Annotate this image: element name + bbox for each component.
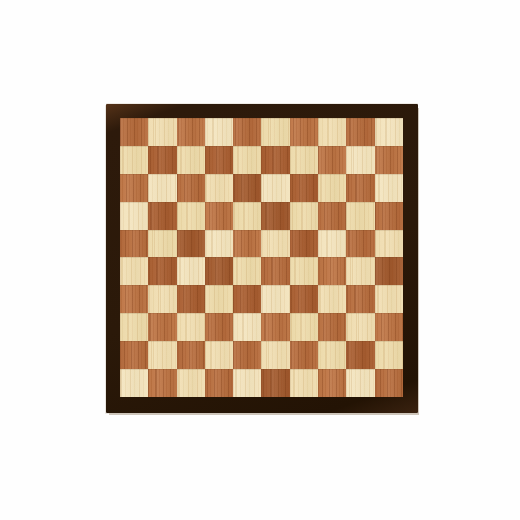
square-r8c4[interactable] bbox=[205, 313, 233, 341]
square-r7c2[interactable] bbox=[148, 285, 176, 313]
square-r9c10[interactable] bbox=[375, 341, 403, 369]
square-r3c5[interactable] bbox=[233, 174, 261, 202]
square-r1c8[interactable] bbox=[318, 118, 346, 146]
square-r9c3[interactable] bbox=[177, 341, 205, 369]
square-r2c7[interactable] bbox=[290, 146, 318, 174]
square-r4c7[interactable] bbox=[290, 202, 318, 230]
square-r2c10[interactable] bbox=[375, 146, 403, 174]
square-r10c8[interactable] bbox=[318, 369, 346, 397]
square-r7c1[interactable] bbox=[120, 285, 148, 313]
square-r6c8[interactable] bbox=[318, 257, 346, 285]
square-r9c2[interactable] bbox=[148, 341, 176, 369]
square-r2c8[interactable] bbox=[318, 146, 346, 174]
square-r5c9[interactable] bbox=[346, 230, 374, 258]
square-r2c1[interactable] bbox=[120, 146, 148, 174]
square-r4c1[interactable] bbox=[120, 202, 148, 230]
square-r8c6[interactable] bbox=[261, 313, 289, 341]
square-r1c6[interactable] bbox=[261, 118, 289, 146]
square-r5c7[interactable] bbox=[290, 230, 318, 258]
square-r7c8[interactable] bbox=[318, 285, 346, 313]
square-r8c8[interactable] bbox=[318, 313, 346, 341]
square-r9c9[interactable] bbox=[346, 341, 374, 369]
square-r3c4[interactable] bbox=[205, 174, 233, 202]
square-r8c5[interactable] bbox=[233, 313, 261, 341]
square-r1c2[interactable] bbox=[148, 118, 176, 146]
square-r10c2[interactable] bbox=[148, 369, 176, 397]
square-r2c4[interactable] bbox=[205, 146, 233, 174]
square-r5c5[interactable] bbox=[233, 230, 261, 258]
square-r5c10[interactable] bbox=[375, 230, 403, 258]
square-r6c4[interactable] bbox=[205, 257, 233, 285]
square-r10c1[interactable] bbox=[120, 369, 148, 397]
square-r3c6[interactable] bbox=[261, 174, 289, 202]
square-r1c1[interactable] bbox=[120, 118, 148, 146]
square-r2c5[interactable] bbox=[233, 146, 261, 174]
square-r3c8[interactable] bbox=[318, 174, 346, 202]
square-r5c1[interactable] bbox=[120, 230, 148, 258]
square-r2c3[interactable] bbox=[177, 146, 205, 174]
square-r8c2[interactable] bbox=[148, 313, 176, 341]
square-r8c3[interactable] bbox=[177, 313, 205, 341]
square-r10c6[interactable] bbox=[261, 369, 289, 397]
square-r7c10[interactable] bbox=[375, 285, 403, 313]
square-r2c6[interactable] bbox=[261, 146, 289, 174]
square-r7c7[interactable] bbox=[290, 285, 318, 313]
square-r10c10[interactable] bbox=[375, 369, 403, 397]
square-r1c7[interactable] bbox=[290, 118, 318, 146]
square-r1c5[interactable] bbox=[233, 118, 261, 146]
square-r4c4[interactable] bbox=[205, 202, 233, 230]
square-r9c1[interactable] bbox=[120, 341, 148, 369]
square-r10c7[interactable] bbox=[290, 369, 318, 397]
square-r5c8[interactable] bbox=[318, 230, 346, 258]
square-r10c9[interactable] bbox=[346, 369, 374, 397]
square-r8c7[interactable] bbox=[290, 313, 318, 341]
square-r5c2[interactable] bbox=[148, 230, 176, 258]
square-r5c4[interactable] bbox=[205, 230, 233, 258]
draughts-board bbox=[120, 118, 403, 397]
square-r4c9[interactable] bbox=[346, 202, 374, 230]
square-r7c5[interactable] bbox=[233, 285, 261, 313]
square-r6c6[interactable] bbox=[261, 257, 289, 285]
square-r4c8[interactable] bbox=[318, 202, 346, 230]
square-r4c10[interactable] bbox=[375, 202, 403, 230]
square-r6c9[interactable] bbox=[346, 257, 374, 285]
square-r5c6[interactable] bbox=[261, 230, 289, 258]
square-r4c2[interactable] bbox=[148, 202, 176, 230]
square-r6c5[interactable] bbox=[233, 257, 261, 285]
square-r10c5[interactable] bbox=[233, 369, 261, 397]
square-r7c4[interactable] bbox=[205, 285, 233, 313]
board-frame bbox=[106, 104, 418, 413]
square-r3c10[interactable] bbox=[375, 174, 403, 202]
square-r3c3[interactable] bbox=[177, 174, 205, 202]
square-r1c3[interactable] bbox=[177, 118, 205, 146]
square-r6c10[interactable] bbox=[375, 257, 403, 285]
square-r9c8[interactable] bbox=[318, 341, 346, 369]
square-r1c9[interactable] bbox=[346, 118, 374, 146]
square-r8c10[interactable] bbox=[375, 313, 403, 341]
square-r9c6[interactable] bbox=[261, 341, 289, 369]
square-r7c6[interactable] bbox=[261, 285, 289, 313]
square-r3c9[interactable] bbox=[346, 174, 374, 202]
square-r9c5[interactable] bbox=[233, 341, 261, 369]
square-r1c4[interactable] bbox=[205, 118, 233, 146]
square-r9c7[interactable] bbox=[290, 341, 318, 369]
square-r6c3[interactable] bbox=[177, 257, 205, 285]
product-photo-background bbox=[0, 0, 520, 520]
square-r6c7[interactable] bbox=[290, 257, 318, 285]
square-r3c7[interactable] bbox=[290, 174, 318, 202]
square-r6c1[interactable] bbox=[120, 257, 148, 285]
square-r4c3[interactable] bbox=[177, 202, 205, 230]
square-r10c3[interactable] bbox=[177, 369, 205, 397]
square-r2c9[interactable] bbox=[346, 146, 374, 174]
square-r8c9[interactable] bbox=[346, 313, 374, 341]
square-r8c1[interactable] bbox=[120, 313, 148, 341]
square-r10c4[interactable] bbox=[205, 369, 233, 397]
square-r3c2[interactable] bbox=[148, 174, 176, 202]
square-r5c3[interactable] bbox=[177, 230, 205, 258]
square-r2c2[interactable] bbox=[148, 146, 176, 174]
square-r7c9[interactable] bbox=[346, 285, 374, 313]
square-r3c1[interactable] bbox=[120, 174, 148, 202]
square-r4c5[interactable] bbox=[233, 202, 261, 230]
square-r1c10[interactable] bbox=[375, 118, 403, 146]
square-r6c2[interactable] bbox=[148, 257, 176, 285]
square-r7c3[interactable] bbox=[177, 285, 205, 313]
square-r9c4[interactable] bbox=[205, 341, 233, 369]
square-r4c6[interactable] bbox=[261, 202, 289, 230]
